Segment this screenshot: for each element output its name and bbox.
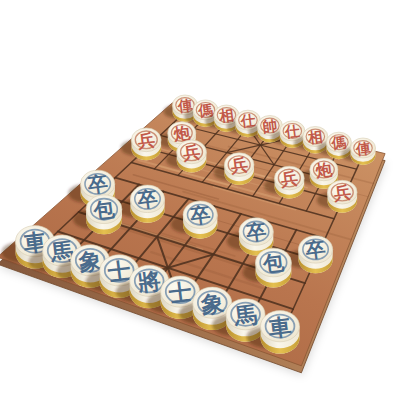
piece-character: 車 bbox=[266, 313, 293, 342]
piece-character: 士 bbox=[167, 278, 194, 307]
piece-character: 卒 bbox=[86, 172, 110, 197]
piece-character: 卒 bbox=[135, 187, 159, 212]
piece-character: 包 bbox=[261, 250, 286, 277]
piece-character: 兵 bbox=[332, 182, 352, 204]
piece-character: 卒 bbox=[303, 238, 327, 263]
xiangqi-board-scene: 俥傌相仕帥仕炮相兵傌俥兵兵炮兵卒兵卒包卒卒車卒馬象包士將士象馬車 bbox=[0, 0, 400, 400]
piece-character: 兵 bbox=[136, 130, 156, 152]
piece-character: 兵 bbox=[279, 168, 299, 190]
piece-character: 兵 bbox=[181, 142, 201, 164]
piece-character: 卒 bbox=[244, 220, 268, 245]
piece-character: 象 bbox=[199, 289, 226, 318]
piece-character: 馬 bbox=[232, 301, 259, 330]
piece-character: 炮 bbox=[314, 160, 334, 181]
piece-character: 將 bbox=[136, 267, 163, 296]
piece-character: 卒 bbox=[188, 203, 212, 228]
xiangqi-board: 俥傌相仕帥仕炮相兵傌俥兵兵炮兵卒兵卒包卒卒車卒馬象包士將士象馬車 bbox=[0, 0, 400, 400]
piece-character: 傌 bbox=[330, 134, 348, 152]
piece-character: 包 bbox=[91, 197, 116, 224]
piece-character: 相 bbox=[306, 128, 323, 146]
piece-character: 俥 bbox=[354, 140, 372, 158]
piece-character: 兵 bbox=[229, 154, 249, 176]
piece-character: 士 bbox=[106, 257, 133, 286]
